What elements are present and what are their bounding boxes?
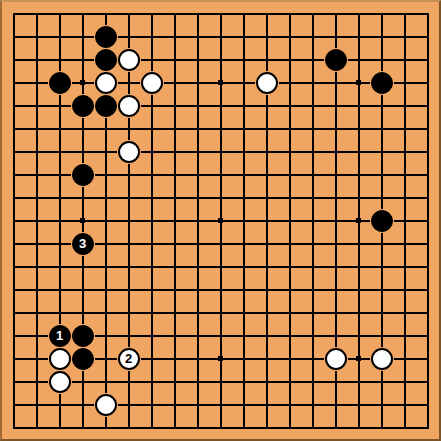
intersection [209, 209, 232, 232]
intersection [209, 2, 232, 25]
intersection [232, 2, 255, 25]
intersection [209, 278, 232, 301]
intersection [140, 48, 163, 71]
star-point [80, 80, 85, 85]
intersection [416, 25, 439, 48]
intersection [370, 163, 393, 186]
intersection [186, 71, 209, 94]
intersection [25, 301, 48, 324]
intersection [71, 140, 94, 163]
black-stone [325, 49, 347, 71]
intersection [370, 71, 393, 94]
intersection [370, 48, 393, 71]
intersection [324, 301, 347, 324]
intersection [370, 370, 393, 393]
intersection [393, 301, 416, 324]
intersection [25, 209, 48, 232]
intersection [370, 278, 393, 301]
intersection [347, 48, 370, 71]
intersection [278, 140, 301, 163]
intersection [186, 140, 209, 163]
intersection [25, 370, 48, 393]
intersection [278, 232, 301, 255]
intersection [255, 416, 278, 439]
intersection [94, 94, 117, 117]
intersection [209, 301, 232, 324]
intersection [186, 2, 209, 25]
intersection [370, 393, 393, 416]
white-stone [325, 348, 347, 370]
intersection [393, 416, 416, 439]
intersection [393, 117, 416, 140]
intersection [347, 393, 370, 416]
intersection [324, 347, 347, 370]
intersection [94, 48, 117, 71]
intersection [25, 278, 48, 301]
intersection [163, 347, 186, 370]
intersection [25, 25, 48, 48]
intersection [301, 255, 324, 278]
intersection [163, 209, 186, 232]
intersection [278, 117, 301, 140]
black-stone [72, 164, 94, 186]
star-point [218, 80, 223, 85]
intersection [347, 140, 370, 163]
intersection [347, 324, 370, 347]
intersection [117, 117, 140, 140]
intersection [393, 255, 416, 278]
intersection [140, 301, 163, 324]
intersection [232, 347, 255, 370]
intersection [393, 140, 416, 163]
intersection [232, 370, 255, 393]
intersection [232, 163, 255, 186]
intersection [25, 48, 48, 71]
intersection [370, 140, 393, 163]
intersection [25, 347, 48, 370]
star-point [356, 356, 361, 361]
intersection [71, 117, 94, 140]
intersection [94, 255, 117, 278]
intersection [71, 48, 94, 71]
intersection [71, 347, 94, 370]
intersection [48, 71, 71, 94]
intersection [393, 163, 416, 186]
intersection [94, 71, 117, 94]
intersection: 3 [71, 232, 94, 255]
intersection [209, 71, 232, 94]
intersection [416, 48, 439, 71]
intersection [416, 324, 439, 347]
intersection [186, 209, 209, 232]
intersection [324, 209, 347, 232]
intersection [48, 393, 71, 416]
intersection [347, 117, 370, 140]
intersection [25, 232, 48, 255]
intersection [94, 163, 117, 186]
intersection [48, 117, 71, 140]
intersection [94, 232, 117, 255]
intersection [186, 186, 209, 209]
intersection [48, 48, 71, 71]
intersection [232, 255, 255, 278]
white-stone-move-2: 2 [118, 348, 140, 370]
intersection [209, 48, 232, 71]
intersection [2, 370, 25, 393]
intersection [2, 163, 25, 186]
intersection [324, 163, 347, 186]
intersection [2, 25, 25, 48]
intersection [278, 2, 301, 25]
intersection: 1 [48, 324, 71, 347]
intersection [94, 278, 117, 301]
intersection [393, 25, 416, 48]
intersection [278, 48, 301, 71]
intersection [117, 163, 140, 186]
intersection [416, 163, 439, 186]
intersection [393, 209, 416, 232]
intersection [255, 278, 278, 301]
intersection [117, 140, 140, 163]
intersection [255, 25, 278, 48]
intersection [255, 71, 278, 94]
intersection [370, 324, 393, 347]
intersection [94, 117, 117, 140]
intersection [186, 347, 209, 370]
intersection [209, 140, 232, 163]
intersection [48, 278, 71, 301]
intersection [347, 301, 370, 324]
intersection [255, 94, 278, 117]
intersection [25, 393, 48, 416]
intersection [416, 71, 439, 94]
intersection [163, 163, 186, 186]
intersection [48, 347, 71, 370]
intersection [71, 393, 94, 416]
intersection [347, 347, 370, 370]
intersection [232, 278, 255, 301]
intersection [393, 324, 416, 347]
intersection [347, 255, 370, 278]
intersection [370, 416, 393, 439]
black-stone [371, 72, 393, 94]
intersection [301, 347, 324, 370]
intersection [163, 324, 186, 347]
intersection [278, 301, 301, 324]
intersection [163, 370, 186, 393]
intersection [186, 255, 209, 278]
intersection [416, 232, 439, 255]
intersection [2, 94, 25, 117]
intersection [232, 48, 255, 71]
intersection [25, 324, 48, 347]
intersection [163, 278, 186, 301]
intersection [301, 117, 324, 140]
intersection [2, 393, 25, 416]
intersection [140, 278, 163, 301]
intersection [278, 324, 301, 347]
white-stone [141, 72, 163, 94]
intersection [71, 301, 94, 324]
intersection [186, 25, 209, 48]
intersection [25, 71, 48, 94]
intersection [209, 255, 232, 278]
intersection [48, 94, 71, 117]
black-stone [371, 210, 393, 232]
intersection [324, 232, 347, 255]
intersection [416, 301, 439, 324]
intersection [232, 186, 255, 209]
intersection [48, 370, 71, 393]
intersection [301, 140, 324, 163]
intersection [301, 2, 324, 25]
intersection [347, 94, 370, 117]
intersection [209, 370, 232, 393]
white-stone [118, 141, 140, 163]
intersection [232, 393, 255, 416]
intersection [209, 324, 232, 347]
intersection [301, 393, 324, 416]
star-point [356, 80, 361, 85]
intersection [2, 2, 25, 25]
intersection [324, 416, 347, 439]
intersection [140, 255, 163, 278]
star-point [80, 218, 85, 223]
intersection [71, 278, 94, 301]
intersection [25, 140, 48, 163]
intersection [416, 393, 439, 416]
intersection [71, 71, 94, 94]
intersection [94, 416, 117, 439]
intersection [370, 232, 393, 255]
intersection [48, 232, 71, 255]
intersection [255, 117, 278, 140]
intersection [186, 393, 209, 416]
intersection [140, 140, 163, 163]
intersection [301, 370, 324, 393]
go-board: 312 [0, 0, 441, 441]
intersection [416, 186, 439, 209]
intersection [117, 370, 140, 393]
intersection [416, 278, 439, 301]
intersection [255, 209, 278, 232]
intersection [301, 25, 324, 48]
intersection [301, 94, 324, 117]
intersection [324, 324, 347, 347]
intersection [370, 2, 393, 25]
white-stone [256, 72, 278, 94]
intersection [117, 25, 140, 48]
intersection [255, 232, 278, 255]
intersection [71, 94, 94, 117]
intersection [370, 209, 393, 232]
intersection [324, 71, 347, 94]
intersection [94, 2, 117, 25]
intersection [186, 278, 209, 301]
intersection [393, 71, 416, 94]
intersection [94, 140, 117, 163]
black-stone-move-1: 1 [49, 325, 71, 347]
intersection [117, 209, 140, 232]
intersection [416, 117, 439, 140]
intersection [209, 393, 232, 416]
intersection [140, 186, 163, 209]
intersection [94, 347, 117, 370]
white-stone [49, 371, 71, 393]
intersection [209, 25, 232, 48]
intersection [186, 324, 209, 347]
intersection [140, 25, 163, 48]
intersection [347, 71, 370, 94]
intersection [2, 48, 25, 71]
intersection [209, 232, 232, 255]
intersection [48, 301, 71, 324]
intersection [163, 2, 186, 25]
intersection [186, 163, 209, 186]
intersection [370, 301, 393, 324]
intersection [278, 94, 301, 117]
intersection [393, 393, 416, 416]
intersection [393, 186, 416, 209]
intersection [278, 370, 301, 393]
intersection [324, 186, 347, 209]
intersection [71, 209, 94, 232]
intersection [416, 255, 439, 278]
intersection [255, 163, 278, 186]
black-stone [95, 95, 117, 117]
intersection [48, 209, 71, 232]
intersection [2, 416, 25, 439]
intersection [209, 186, 232, 209]
intersection [278, 25, 301, 48]
intersection [48, 25, 71, 48]
intersection [94, 209, 117, 232]
intersection [209, 416, 232, 439]
white-stone [95, 394, 117, 416]
intersection [117, 94, 140, 117]
intersection [186, 94, 209, 117]
intersection [416, 416, 439, 439]
intersection [301, 71, 324, 94]
intersection [393, 347, 416, 370]
intersection [140, 2, 163, 25]
go-board-grid: 312 [2, 2, 439, 439]
intersection [71, 2, 94, 25]
intersection [71, 324, 94, 347]
black-stone [72, 95, 94, 117]
intersection [324, 278, 347, 301]
intersection [163, 48, 186, 71]
intersection [25, 163, 48, 186]
intersection [163, 117, 186, 140]
intersection [117, 324, 140, 347]
intersection [301, 209, 324, 232]
intersection [416, 209, 439, 232]
intersection [301, 163, 324, 186]
intersection [140, 163, 163, 186]
intersection [2, 71, 25, 94]
intersection [347, 416, 370, 439]
intersection [163, 232, 186, 255]
intersection [232, 324, 255, 347]
intersection [117, 393, 140, 416]
intersection [347, 186, 370, 209]
intersection [117, 301, 140, 324]
intersection [278, 71, 301, 94]
intersection [2, 347, 25, 370]
intersection [370, 255, 393, 278]
intersection [232, 232, 255, 255]
intersection [48, 163, 71, 186]
intersection [347, 232, 370, 255]
intersection [255, 370, 278, 393]
intersection [117, 255, 140, 278]
intersection [71, 163, 94, 186]
intersection [393, 94, 416, 117]
intersection [25, 186, 48, 209]
intersection [186, 416, 209, 439]
intersection [255, 186, 278, 209]
intersection [48, 255, 71, 278]
intersection [278, 393, 301, 416]
intersection [163, 94, 186, 117]
intersection [2, 278, 25, 301]
intersection [301, 324, 324, 347]
intersection [347, 278, 370, 301]
intersection [393, 278, 416, 301]
star-point [218, 356, 223, 361]
intersection [140, 324, 163, 347]
intersection [140, 416, 163, 439]
intersection [255, 255, 278, 278]
intersection [140, 347, 163, 370]
intersection [209, 347, 232, 370]
intersection [278, 278, 301, 301]
intersection [324, 140, 347, 163]
intersection [347, 370, 370, 393]
white-stone [371, 348, 393, 370]
intersection [163, 71, 186, 94]
intersection [25, 416, 48, 439]
intersection [416, 140, 439, 163]
intersection [209, 117, 232, 140]
intersection [186, 48, 209, 71]
intersection [301, 301, 324, 324]
intersection [25, 94, 48, 117]
intersection [370, 186, 393, 209]
intersection [71, 255, 94, 278]
intersection [278, 163, 301, 186]
intersection [347, 2, 370, 25]
intersection [163, 25, 186, 48]
intersection [186, 117, 209, 140]
intersection [2, 140, 25, 163]
intersection [140, 94, 163, 117]
intersection [186, 232, 209, 255]
intersection [370, 347, 393, 370]
intersection [301, 186, 324, 209]
intersection [255, 301, 278, 324]
intersection [324, 25, 347, 48]
intersection [232, 117, 255, 140]
intersection [140, 117, 163, 140]
intersection [416, 94, 439, 117]
intersection [347, 163, 370, 186]
intersection [232, 94, 255, 117]
intersection [48, 2, 71, 25]
intersection [25, 117, 48, 140]
intersection [117, 48, 140, 71]
